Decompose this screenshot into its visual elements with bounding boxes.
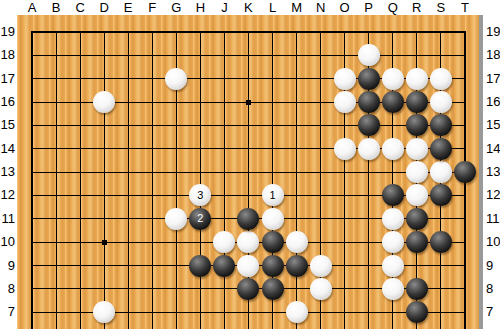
white-stone-S13 [430, 161, 452, 183]
white-stone-M10 [286, 231, 308, 253]
row-label-right: 12 [486, 188, 500, 202]
white-stone-P14 [358, 138, 380, 160]
white-stone-R13 [406, 161, 428, 183]
white-stone-K9 [237, 255, 259, 277]
star-point [246, 100, 251, 105]
row-label-right: 18 [486, 48, 500, 62]
black-stone-R8 [406, 278, 428, 300]
black-stone-P17 [358, 68, 380, 90]
row-label-left: 8 [0, 282, 15, 296]
column-label: F [142, 1, 162, 15]
go-board-view: ABCDEFGHJKLMNOPQRST191918181717161615151… [0, 0, 500, 329]
column-label: O [335, 1, 355, 15]
white-stone-Q14 [382, 138, 404, 160]
white-stone-O17 [334, 68, 356, 90]
column-label: M [287, 1, 307, 15]
white-stone-N9 [310, 255, 332, 277]
grid-line-vertical [296, 31, 297, 329]
black-stone-R11 [406, 208, 428, 230]
column-label: H [190, 1, 210, 15]
grid-line-vertical [128, 31, 129, 329]
grid-line-horizontal [31, 172, 466, 173]
column-label: E [118, 1, 138, 15]
black-stone-R7 [406, 301, 428, 323]
row-label-left: 16 [0, 95, 15, 109]
white-stone-Q10 [382, 231, 404, 253]
row-label-right: 17 [486, 72, 500, 86]
column-label: L [263, 1, 283, 15]
grid-line-vertical [31, 31, 33, 329]
black-stone-M9 [286, 255, 308, 277]
black-stone-L10 [262, 231, 284, 253]
column-label: Q [383, 1, 403, 15]
column-label: C [70, 1, 90, 15]
white-stone-L12: 1 [262, 184, 284, 206]
row-label-left: 18 [0, 48, 15, 62]
row-label-left: 14 [0, 142, 15, 156]
row-label-right: 14 [486, 142, 500, 156]
star-point [102, 240, 107, 245]
white-stone-M7 [286, 301, 308, 323]
row-label-right: 13 [486, 165, 500, 179]
row-label-right: 10 [486, 235, 500, 249]
row-label-left: 15 [0, 118, 15, 132]
grid-line-vertical [104, 31, 105, 329]
grid-line-vertical [224, 31, 225, 329]
move-number-label: 3 [197, 190, 203, 201]
white-stone-N8 [310, 278, 332, 300]
column-label: T [455, 1, 475, 15]
row-label-right: 15 [486, 118, 500, 132]
grid-line-horizontal [31, 55, 466, 56]
white-stone-R14 [406, 138, 428, 160]
row-label-right: 16 [486, 95, 500, 109]
grid-line-horizontal [31, 31, 466, 33]
move-number-label: 1 [269, 190, 275, 201]
row-label-left: 11 [0, 212, 15, 226]
black-stone-J9 [213, 255, 235, 277]
column-label: R [407, 1, 427, 15]
white-stone-L11 [262, 208, 284, 230]
white-stone-Q8 [382, 278, 404, 300]
black-stone-L9 [262, 255, 284, 277]
black-stone-S10 [430, 231, 452, 253]
column-label: J [214, 1, 234, 15]
column-label: P [359, 1, 379, 15]
grid-line-vertical [56, 31, 57, 329]
row-label-left: 7 [0, 305, 15, 319]
black-stone-Q16 [382, 91, 404, 113]
white-stone-Q17 [382, 68, 404, 90]
white-stone-P18 [358, 44, 380, 66]
column-label: K [238, 1, 258, 15]
row-label-right: 8 [486, 282, 500, 296]
black-stone-L8 [262, 278, 284, 300]
black-stone-H9 [189, 255, 211, 277]
black-stone-T13 [454, 161, 476, 183]
column-label: S [431, 1, 451, 15]
white-stone-Q9 [382, 255, 404, 277]
board-edge-shadow [479, 15, 483, 329]
column-label: D [94, 1, 114, 15]
row-label-left: 19 [0, 25, 15, 39]
row-label-left: 13 [0, 165, 15, 179]
row-label-left: 17 [0, 72, 15, 86]
black-stone-S14 [430, 138, 452, 160]
column-label: N [311, 1, 331, 15]
white-stone-O16 [334, 91, 356, 113]
column-label: B [46, 1, 66, 15]
grid-line-vertical [152, 31, 153, 329]
row-label-left: 9 [0, 259, 15, 273]
white-stone-R17 [406, 68, 428, 90]
grid-line-vertical [200, 31, 201, 329]
white-stone-G11 [165, 208, 187, 230]
white-stone-Q11 [382, 208, 404, 230]
white-stone-G17 [165, 68, 187, 90]
black-stone-P15 [358, 114, 380, 136]
row-label-right: 9 [486, 259, 500, 273]
row-label-right: 19 [486, 25, 500, 39]
grid-line-vertical [80, 31, 81, 329]
white-stone-S16 [430, 91, 452, 113]
black-stone-P16 [358, 91, 380, 113]
row-label-right: 7 [486, 305, 500, 319]
white-stone-O14 [334, 138, 356, 160]
black-stone-R10 [406, 231, 428, 253]
grid-line-horizontal [31, 125, 466, 126]
column-label: A [22, 1, 42, 15]
move-number-label: 2 [197, 213, 203, 224]
column-label: G [166, 1, 186, 15]
white-stone-S17 [430, 68, 452, 90]
row-label-right: 11 [486, 212, 500, 226]
black-stone-R16 [406, 91, 428, 113]
row-label-left: 10 [0, 235, 15, 249]
black-stone-H11: 2 [189, 208, 211, 230]
row-label-left: 12 [0, 188, 15, 202]
